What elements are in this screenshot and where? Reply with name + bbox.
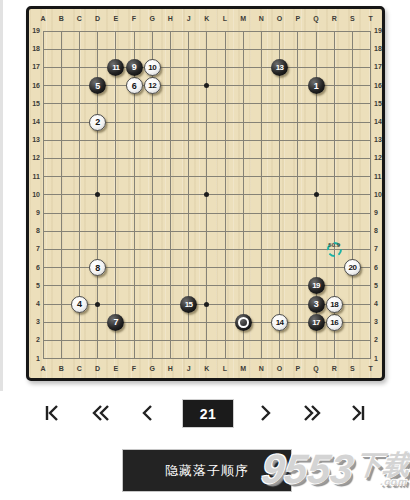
stone-black-13: 13 (271, 59, 288, 76)
coordinate-label-top: J (184, 15, 194, 23)
coordinate-label-left: 18 (29, 45, 40, 53)
coordinate-label-left: 3 (29, 318, 40, 326)
fast-rewind-icon (91, 403, 111, 423)
star-point (95, 192, 100, 197)
coordinate-label-bottom: T (366, 365, 376, 373)
coordinate-label-right: 12 (374, 154, 385, 162)
chevron-left-icon (138, 403, 158, 423)
grid-line (43, 340, 371, 341)
coordinate-label-left: 19 (29, 27, 40, 35)
star-point (204, 302, 209, 307)
coordinate-label-bottom: G (147, 365, 157, 373)
coordinate-label-top: A (38, 15, 48, 23)
move-number: 13 (276, 63, 284, 72)
move-number: 12 (148, 81, 156, 90)
star-point (314, 192, 319, 197)
star-point (95, 302, 100, 307)
coordinate-label-bottom: R (329, 365, 339, 373)
coordinate-label-bottom: E (111, 365, 121, 373)
coordinate-label-left: 6 (29, 264, 40, 272)
coordinate-label-bottom: O (275, 365, 285, 373)
current-move-marker (238, 317, 249, 328)
coordinate-label-left: 8 (29, 227, 40, 235)
coordinate-label-left: 2 (29, 336, 40, 344)
coordinate-label-right: 10 (374, 191, 385, 199)
stone-white-2: 2 (89, 114, 106, 131)
watermark-com: .com (380, 477, 408, 487)
coordinate-label-bottom: D (93, 365, 103, 373)
stone-black-19: 19 (308, 277, 325, 294)
move-navigation: 21 (0, 399, 410, 427)
coordinate-label-top: M (238, 15, 248, 23)
coordinate-label-bottom: J (184, 365, 194, 373)
coordinate-label-left: 17 (29, 63, 40, 71)
coordinate-label-bottom: P (293, 365, 303, 373)
coordinate-label-left: 4 (29, 300, 40, 308)
previous-move-button[interactable] (138, 403, 158, 423)
first-move-button[interactable] (42, 403, 62, 423)
coordinate-label-right: 14 (374, 118, 385, 126)
stone-black-7: 7 (107, 314, 124, 331)
move-number: 5 (95, 81, 100, 91)
grid-line (370, 31, 371, 359)
coordinate-label-bottom: F (129, 365, 139, 373)
coordinate-label-right: 1 (374, 355, 385, 363)
stone-black-9: 9 (126, 59, 143, 76)
grid-line (43, 231, 371, 232)
chevron-right-icon (255, 403, 275, 423)
fast-forward-icon (302, 403, 322, 423)
coordinate-label-right: 6 (374, 264, 385, 272)
coordinate-label-right: 7 (374, 245, 385, 253)
skip-to-start-icon (42, 403, 62, 423)
stone-black-1: 1 (308, 77, 325, 94)
move-counter: 21 (182, 399, 234, 428)
star-point (204, 83, 209, 88)
coordinate-label-right: 5 (374, 282, 385, 290)
coordinate-label-top: L (220, 15, 230, 23)
move-number: 16 (330, 318, 338, 327)
coordinate-label-right: 9 (374, 209, 385, 217)
coordinate-label-right: 17 (374, 63, 385, 71)
coordinate-label-right: 4 (374, 300, 385, 308)
hide-move-order-button[interactable]: 隐藏落子顺序 (122, 449, 292, 492)
grid-line (352, 31, 353, 359)
coordinate-label-left: 5 (29, 282, 40, 290)
move-number: 6 (132, 81, 137, 91)
coordinate-label-right: 15 (374, 100, 385, 108)
star-point (204, 192, 209, 197)
coordinate-label-top: Q (311, 15, 321, 23)
coordinate-label-right: 2 (374, 336, 385, 344)
coordinate-label-right: 8 (374, 227, 385, 235)
stone-black-17: 17 (308, 314, 325, 331)
coordinate-label-right: 16 (374, 82, 385, 90)
move-number: 11 (112, 63, 119, 72)
coordinate-label-right: 11 (374, 173, 385, 181)
coordinate-label-right: 3 (374, 318, 385, 326)
stone-black-15: 15 (180, 296, 197, 313)
coordinate-label-bottom: H (165, 365, 175, 373)
coordinate-label-bottom: L (220, 365, 230, 373)
move-number: 17 (312, 318, 320, 327)
stone-white-18: 18 (326, 296, 343, 313)
coordinate-label-left: 16 (29, 82, 40, 90)
coordinate-label-bottom: B (56, 365, 66, 373)
move-number: 8 (95, 263, 100, 273)
move-number: 10 (148, 63, 156, 72)
coordinate-label-right: 19 (374, 27, 385, 35)
coordinate-label-top: O (275, 15, 285, 23)
last-move-button[interactable] (348, 403, 368, 423)
skip-to-end-icon (348, 403, 368, 423)
coordinate-label-top: T (366, 15, 376, 23)
coordinate-label-right: 18 (374, 45, 385, 53)
stone-black-21 (235, 314, 252, 331)
grid-line (297, 31, 298, 359)
stone-black-3: 3 (308, 296, 325, 313)
coordinate-label-top: H (165, 15, 175, 23)
go-game-viewer: AABBCCDDEEFFGGHHJJKKLLMMNNOOPPQQRRSSTT19… (0, 0, 410, 500)
grid-line (279, 31, 280, 359)
move-number: 1 (314, 81, 319, 91)
move-number: 9 (132, 62, 137, 72)
grid-line (261, 31, 262, 359)
coordinate-label-top: G (147, 15, 157, 23)
move-number: 14 (276, 318, 284, 327)
coordinate-label-left: 9 (29, 209, 40, 217)
stone-white-4: 4 (71, 296, 88, 313)
coordinate-label-left: 11 (29, 173, 40, 181)
move-number: 20 (349, 263, 357, 272)
watermark-cn: 下载 (354, 453, 410, 477)
coordinate-label-left: 13 (29, 136, 40, 144)
go-board[interactable]: AABBCCDDEEFFGGHHJJKKLLMMNNOOPPQQRRSSTT19… (26, 6, 385, 381)
next-move-button[interactable] (255, 403, 275, 423)
coordinate-label-left: 14 (29, 118, 40, 126)
coordinate-label-top: K (202, 15, 212, 23)
coordinate-label-left: 10 (29, 191, 40, 199)
coordinate-label-bottom: S (347, 365, 357, 373)
back-ten-button[interactable] (91, 403, 111, 423)
grid-line (243, 31, 244, 359)
move-number: 3 (314, 299, 319, 309)
move-number: 18 (330, 300, 338, 309)
coordinate-label-bottom: A (38, 365, 48, 373)
move-number: 2 (95, 117, 100, 127)
analysis-winrate-label: 50.9 (324, 242, 344, 249)
coordinate-label-top: B (56, 15, 66, 23)
coordinate-label-left: 7 (29, 245, 40, 253)
stone-white-14: 14 (271, 314, 288, 331)
move-number: 19 (312, 281, 320, 290)
coordinate-label-top: C (74, 15, 84, 23)
stone-black-5: 5 (89, 77, 106, 94)
coordinate-label-top: P (293, 15, 303, 23)
coordinate-label-top: N (256, 15, 266, 23)
coordinate-label-left: 15 (29, 100, 40, 108)
stone-white-20: 20 (344, 259, 361, 276)
stone-white-16: 16 (326, 314, 343, 331)
coordinate-label-left: 1 (29, 355, 40, 363)
page-edge-strip (0, 0, 3, 391)
coordinate-label-right: 13 (374, 136, 385, 144)
move-number: 7 (113, 317, 118, 327)
stone-black-11: 11 (107, 59, 124, 76)
coordinate-label-left: 12 (29, 154, 40, 162)
grid-line (225, 31, 226, 359)
stone-white-12: 12 (144, 77, 161, 94)
stone-white-10: 10 (144, 59, 161, 76)
coordinate-label-top: R (329, 15, 339, 23)
grid-line (43, 213, 371, 214)
grid-line (43, 249, 371, 250)
coordinate-label-bottom: Q (311, 365, 321, 373)
stone-white-8: 8 (89, 259, 106, 276)
move-number: 4 (77, 299, 82, 309)
grid-line (43, 358, 371, 359)
stone-white-6: 6 (126, 77, 143, 94)
coordinate-label-top: S (347, 15, 357, 23)
coordinate-label-bottom: M (238, 365, 248, 373)
coordinate-label-bottom: K (202, 365, 212, 373)
forward-ten-button[interactable] (302, 403, 322, 423)
move-number: 15 (185, 300, 193, 309)
coordinate-label-top: F (129, 15, 139, 23)
coordinate-label-top: D (93, 15, 103, 23)
coordinate-label-bottom: N (256, 365, 266, 373)
coordinate-label-bottom: C (74, 365, 84, 373)
coordinate-label-top: E (111, 15, 121, 23)
